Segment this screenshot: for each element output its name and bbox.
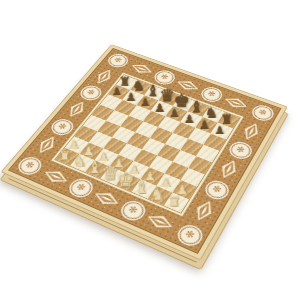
diamond-inlay-core [100,72,109,81]
rosette-flower-icon: ✻ [206,90,217,98]
diamond-inlay-ring [37,137,56,154]
square-h1[interactable]: ♜ [164,193,189,213]
rosette-ornament: ✻ [51,118,74,135]
rosette-ornament: ✻ [80,85,102,100]
piece-black-pawn[interactable]: ♟ [211,121,228,138]
rosette-flower-icon: ✻ [112,56,123,64]
chess-scene: ✻✻✻✻✻✻♜♞♝♛♚♝♞♜♟♟♟♟♟♟♟♟♟♟♟♟♟♟♟♟♜♞♝♛♚♝♞♜✻✻… [0,0,300,300]
diamond-inlay-core [72,104,82,113]
rosette-flower-icon: ✻ [74,182,87,193]
diamond-inlay-ring [220,160,237,178]
diamond-ornament [191,198,216,223]
rosette-flower-icon: ✻ [56,122,68,131]
rosette-flower-icon: ✻ [234,145,246,155]
rosette-flower-icon: ✻ [23,160,36,170]
board-rim: ✻✻✻✻✻✻♜♞♝♛♚♝♞♜♟♟♟♟♟♟♟♟♟♟♟♟♟♟♟♟♜♞♝♛♚♝♞♜✻✻… [1,44,288,260]
diamond-inlay-ring [68,102,86,117]
rosette-flower-icon: ✻ [126,204,139,215]
diamond-ornament [240,121,262,142]
rosette-flower-icon: ✻ [211,184,224,195]
rosette-ornament: ✻ [177,224,202,245]
diamond-ornament [217,158,241,181]
photo-canvas: ✻✻✻✻✻✻♜♞♝♛♚♝♞♜♟♟♟♟♟♟♟♟♟♟♟♟♟♟♟♟♜♞♝♛♚♝♞♜✻✻… [0,0,300,300]
diamond-inlay-ring [225,97,246,109]
diamond-ornament [41,167,71,187]
diamond-inlay-core [135,66,148,72]
diamond-ornament [91,188,122,209]
diamond-ornament [222,95,249,111]
diamond-inlay-ring [148,214,172,230]
diamond-inlay-ring [243,123,259,139]
diamond-inlay-ring [132,63,152,74]
rosette-ornament: ✻ [107,53,128,67]
rosette-flower-icon: ✻ [257,108,268,117]
ornamental-border: ✻✻✻✻✻✻♜♞♝♛♚♝♞♜♟♟♟♟♟♟♟♟♟♟♟♟♟♟♟♟♜♞♝♛♚♝♞♜✻✻… [8,48,282,254]
diamond-inlay-core [181,82,194,88]
rosette-ornament: ✻ [252,105,274,121]
rosette-ornament: ✻ [229,141,252,159]
rosette-ornament: ✻ [205,180,229,199]
diamond-inlay-core [229,100,242,106]
square-g5[interactable] [180,139,203,156]
piece-black-pawn[interactable]: ♟ [196,115,213,132]
diamond-inlay-core [49,173,63,181]
rosette-ornament: ✻ [68,178,93,197]
rosette-ornament: ✻ [17,156,42,174]
chess-board: ✻✻✻✻✻✻♜♞♝♛♚♝♞♜♟♟♟♟♟♟♟♟♟♟♟♟♟♟♟♟♜♞♝♛♚♝♞♜✻✻… [1,44,288,260]
diamond-inlay-ring [195,201,213,220]
diamond-inlay-core [199,205,208,217]
piece-white-rook[interactable]: ♜ [165,192,183,210]
diamond-inlay-core [152,218,167,226]
diamond-inlay-ring [44,170,67,184]
rosette-flower-icon: ✻ [183,229,196,241]
diamond-inlay-ring [95,191,118,206]
diamond-inlay-core [224,164,233,175]
rosette-flower-icon: ✻ [85,88,97,96]
diamond-ornament [144,211,176,233]
rosette-flower-icon: ✻ [159,73,170,81]
diamond-inlay-core [99,195,114,203]
diamond-inlay-core [247,126,255,136]
diamond-inlay-core [42,140,52,150]
rosette-ornament: ✻ [120,200,145,220]
